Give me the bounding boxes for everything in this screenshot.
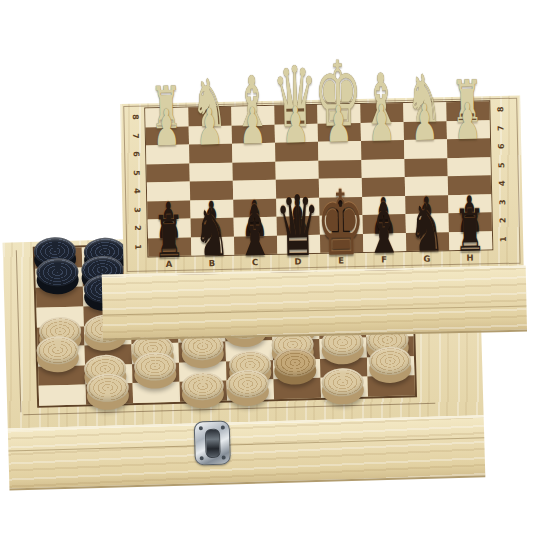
checkers-square-r6c5 xyxy=(225,340,273,361)
chess-square-b5 xyxy=(189,162,232,181)
chess-square-g5 xyxy=(404,158,447,177)
chess-square-f8 xyxy=(360,103,403,122)
file-label-c: C xyxy=(233,255,276,270)
chess-square-b8 xyxy=(188,107,231,126)
checkers-square-r6c8 xyxy=(366,336,414,357)
checkers-box-front xyxy=(8,415,486,490)
checkers-square-r6c3 xyxy=(131,343,179,364)
rank-label-right-1: 1 xyxy=(494,231,513,247)
chess-square-g4 xyxy=(405,176,448,195)
chess-square-a3 xyxy=(147,200,190,219)
rank-label-right-6: 6 xyxy=(492,138,511,154)
chess-square-c7 xyxy=(232,124,275,143)
chess-square-g6 xyxy=(404,139,447,158)
chess-square-a4 xyxy=(147,182,190,201)
chess-square-c8 xyxy=(231,106,274,125)
rank-label-right-3: 3 xyxy=(493,194,512,210)
rank-label-left-5: 5 xyxy=(127,164,146,180)
chess-square-b1 xyxy=(191,236,234,255)
chess-square-e4 xyxy=(319,178,362,197)
chess-square-b7 xyxy=(189,125,232,144)
chess-square-h4 xyxy=(448,175,491,194)
chess-square-e8 xyxy=(317,104,360,123)
rank-label-left-3: 3 xyxy=(128,201,147,217)
chess-rank-labels-left: 87654321 xyxy=(127,108,146,256)
chess-square-h8 xyxy=(446,101,489,120)
checkers-square-r8c1 xyxy=(39,385,87,406)
file-label-g: G xyxy=(405,251,448,266)
checkers-square-r8c5 xyxy=(227,380,275,401)
chess-square-f5 xyxy=(361,159,404,178)
file-label-a: A xyxy=(147,257,190,272)
chess-square-g1 xyxy=(406,232,449,251)
rank-label-right-5: 5 xyxy=(492,157,511,173)
checkers-box-seam xyxy=(8,437,484,451)
file-label-e: E xyxy=(319,253,362,268)
chess-square-c5 xyxy=(232,161,275,180)
checkers-square-r8c3 xyxy=(133,382,181,403)
chess-square-a1 xyxy=(148,237,191,256)
rank-label-left-6: 6 xyxy=(127,146,146,162)
checkers-square-r7c6 xyxy=(273,359,321,380)
checkers-square-r5c1 xyxy=(37,326,85,347)
checkers-square-r6c7 xyxy=(319,338,367,359)
chess-square-e2 xyxy=(320,215,363,234)
chess-square-b6 xyxy=(189,144,232,163)
rank-label-right-7: 7 xyxy=(491,120,510,136)
checkers-square-r8c2 xyxy=(86,383,134,404)
rank-label-right-8: 8 xyxy=(491,101,510,117)
clasp-latch-icon xyxy=(194,420,231,465)
chess-square-e5 xyxy=(318,159,361,178)
chess-square-f4 xyxy=(362,177,405,196)
chess-square-b4 xyxy=(190,181,233,200)
chess-square-h5 xyxy=(447,157,490,176)
chess-square-a7 xyxy=(146,126,189,145)
chess-square-d3 xyxy=(276,197,319,216)
checkers-square-r1c1 xyxy=(35,247,83,268)
chess-square-b3 xyxy=(190,199,233,218)
chess-square-h2 xyxy=(449,212,492,231)
checkers-square-r8c7 xyxy=(321,377,369,398)
chess-square-e1 xyxy=(320,233,363,252)
chess-square-a5 xyxy=(146,163,189,182)
chess-board-surface: ABCDEFGH 87654321 87654321 xyxy=(120,96,523,274)
rank-label-left-2: 2 xyxy=(128,220,147,236)
checkers-square-r7c8 xyxy=(367,356,415,377)
clasp-hook xyxy=(205,429,221,458)
rank-label-left-8: 8 xyxy=(126,109,145,125)
chess-square-d1 xyxy=(277,234,320,253)
chess-square-a2 xyxy=(148,219,191,238)
rank-label-right-4: 4 xyxy=(493,175,512,191)
chess-square-h3 xyxy=(448,194,491,213)
chess-square-g8 xyxy=(403,102,446,121)
chess-square-d2 xyxy=(277,216,320,235)
chess-square-c3 xyxy=(233,198,276,217)
chess-box-seam xyxy=(103,306,527,316)
chess-square-c4 xyxy=(233,180,276,199)
checkers-square-r7c7 xyxy=(320,357,368,378)
file-label-b: B xyxy=(190,256,233,271)
checkers-square-r8c6 xyxy=(274,378,322,399)
chess-square-h7 xyxy=(447,120,490,139)
checkers-square-r7c2 xyxy=(85,364,133,385)
checkers-square-r7c3 xyxy=(132,363,180,384)
chess-square-c6 xyxy=(232,143,275,162)
chess-square-e7 xyxy=(318,122,361,141)
checkers-square-r8c8 xyxy=(367,376,415,397)
chess-square-h1 xyxy=(449,231,492,250)
chess-square-f3 xyxy=(362,196,405,215)
chess-box: ABCDEFGH 87654321 87654321 ♜♞♝♛♚♝♞♜♟♟♟♟♟… xyxy=(97,40,527,339)
chess-square-e6 xyxy=(318,141,361,160)
chess-square-g2 xyxy=(406,213,449,232)
chess-square-f1 xyxy=(363,233,406,252)
chess-square-b2 xyxy=(191,218,234,237)
chess-square-f7 xyxy=(361,122,404,141)
chess-square-f6 xyxy=(361,140,404,159)
file-label-h: H xyxy=(448,250,491,265)
checkers-square-r6c1 xyxy=(38,346,86,367)
chess-rank-labels-right: 87654321 xyxy=(492,100,511,248)
checkers-square-r2c1 xyxy=(35,267,83,288)
chess-squares xyxy=(144,100,493,257)
checkers-square-r6c2 xyxy=(85,344,133,365)
checkers-outer-line-left xyxy=(16,250,22,412)
rank-label-left-7: 7 xyxy=(126,127,145,143)
chess-square-e3 xyxy=(319,196,362,215)
file-label-d: D xyxy=(276,254,319,269)
chess-square-d5 xyxy=(275,160,318,179)
chess-square-c2 xyxy=(234,217,277,236)
chess-square-g3 xyxy=(405,195,448,214)
checkers-square-r8c4 xyxy=(180,381,228,402)
rank-label-left-1: 1 xyxy=(129,238,148,254)
chess-square-c1 xyxy=(234,235,277,254)
chess-square-d8 xyxy=(274,105,317,124)
chess-square-g7 xyxy=(404,121,447,140)
checkers-square-r7c5 xyxy=(226,360,274,381)
checkers-square-r7c1 xyxy=(38,365,86,386)
chess-square-a8 xyxy=(145,108,188,127)
rank-label-left-4: 4 xyxy=(128,183,147,199)
chess-square-f2 xyxy=(363,214,406,233)
checkers-square-r4c1 xyxy=(36,306,84,327)
product-photo-stage: ABCDEFGH 87654321 87654321 ♜♞♝♛♚♝♞♜♟♟♟♟♟… xyxy=(0,0,540,540)
rank-label-right-2: 2 xyxy=(493,212,512,228)
chess-square-h6 xyxy=(447,138,490,157)
clasp-screws xyxy=(199,426,203,430)
checkers-square-r3c1 xyxy=(36,287,84,308)
chess-box-front xyxy=(102,266,527,341)
checkers-square-r7c4 xyxy=(179,361,227,382)
chess-square-d4 xyxy=(276,179,319,198)
file-label-f: F xyxy=(362,252,405,267)
checkers-square-r6c4 xyxy=(178,342,226,363)
checkers-square-r6c6 xyxy=(272,339,320,360)
chess-square-a6 xyxy=(146,145,189,164)
chess-square-d7 xyxy=(275,123,318,142)
chess-square-d6 xyxy=(275,142,318,161)
